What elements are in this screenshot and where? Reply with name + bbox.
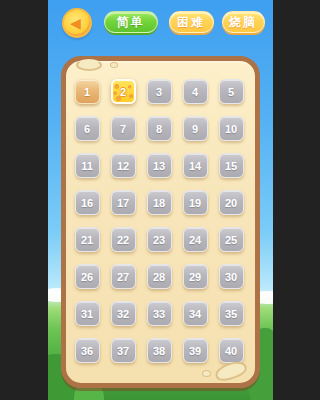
level-tile-5[interactable]: 5 (219, 79, 244, 104)
level-tile-29[interactable]: 29 (183, 264, 208, 289)
level-tile-16[interactable]: 16 (75, 190, 100, 215)
cheese-decoration (202, 370, 211, 377)
level-tile-9[interactable]: 9 (183, 116, 208, 141)
level-tile-23[interactable]: 23 (147, 227, 172, 252)
level-tile-22[interactable]: 22 (111, 227, 136, 252)
level-tile-31[interactable]: 31 (75, 301, 100, 326)
level-tile-12[interactable]: 12 (111, 153, 136, 178)
level-tile-40[interactable]: 40 (219, 338, 244, 363)
tab-brainteaser[interactable]: 烧脑 (222, 11, 265, 33)
level-tile-7[interactable]: 7 (111, 116, 136, 141)
level-panel: 1234567891011121314151617181920212223242… (61, 56, 260, 388)
level-tile-4[interactable]: 4 (183, 79, 208, 104)
level-tile-33[interactable]: 33 (147, 301, 172, 326)
level-tile-17[interactable]: 17 (111, 190, 136, 215)
level-select-screen: ◀ 简单 困难 烧脑 12345678910111213141516171819… (48, 0, 273, 400)
cheese-decoration (76, 59, 102, 71)
level-tile-32[interactable]: 32 (111, 301, 136, 326)
level-tile-34[interactable]: 34 (183, 301, 208, 326)
level-tile-25[interactable]: 25 (219, 227, 244, 252)
level-tile-15[interactable]: 15 (219, 153, 244, 178)
cheese-decoration (110, 62, 118, 68)
back-button[interactable]: ◀ (62, 8, 92, 38)
level-tile-26[interactable]: 26 (75, 264, 100, 289)
level-grid: 1234567891011121314151617181920212223242… (75, 79, 244, 363)
level-tile-10[interactable]: 10 (219, 116, 244, 141)
level-tile-39[interactable]: 39 (183, 338, 208, 363)
level-tile-3[interactable]: 3 (147, 79, 172, 104)
level-tile-38[interactable]: 38 (147, 338, 172, 363)
level-tile-24[interactable]: 24 (183, 227, 208, 252)
level-tile-27[interactable]: 27 (111, 264, 136, 289)
level-tile-19[interactable]: 19 (183, 190, 208, 215)
level-tile-20[interactable]: 20 (219, 190, 244, 215)
level-tile-18[interactable]: 18 (147, 190, 172, 215)
tab-easy[interactable]: 简单 (104, 11, 158, 33)
level-tile-37[interactable]: 37 (111, 338, 136, 363)
level-tile-1[interactable]: 1 (75, 79, 100, 104)
level-tile-6[interactable]: 6 (75, 116, 100, 141)
back-arrow-icon: ◀ (70, 16, 81, 30)
level-tile-35[interactable]: 35 (219, 301, 244, 326)
level-tile-2[interactable]: 2 (111, 79, 136, 104)
level-tile-28[interactable]: 28 (147, 264, 172, 289)
level-tile-14[interactable]: 14 (183, 153, 208, 178)
level-tile-36[interactable]: 36 (75, 338, 100, 363)
tab-hard[interactable]: 困难 (169, 11, 214, 33)
level-tile-13[interactable]: 13 (147, 153, 172, 178)
level-tile-30[interactable]: 30 (219, 264, 244, 289)
level-tile-11[interactable]: 11 (75, 153, 100, 178)
level-tile-21[interactable]: 21 (75, 227, 100, 252)
level-tile-8[interactable]: 8 (147, 116, 172, 141)
